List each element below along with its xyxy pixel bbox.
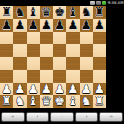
square-a3[interactable] — [0, 70, 13, 83]
square-e8[interactable]: ♚ — [53, 6, 66, 19]
square-c1[interactable]: ♝ — [27, 95, 40, 108]
square-f5[interactable] — [66, 44, 79, 57]
square-d3[interactable] — [40, 70, 53, 83]
square-e5[interactable] — [53, 44, 66, 57]
square-a6[interactable] — [0, 32, 13, 45]
status-clock: 9:38 AM — [107, 0, 123, 6]
move-list-panel — [106, 6, 124, 108]
square-c4[interactable] — [27, 57, 40, 70]
square-b5[interactable] — [13, 44, 26, 57]
square-d6[interactable] — [40, 32, 53, 45]
white-rook-piece: ♜ — [93, 95, 106, 108]
black-pawn-piece: ♟ — [0, 19, 13, 32]
black-rook-piece: ♜ — [93, 6, 106, 19]
square-f6[interactable] — [66, 32, 79, 45]
white-pawn-piece: ♟ — [13, 83, 26, 96]
square-e3[interactable] — [53, 70, 66, 83]
white-bishop-piece: ♝ — [27, 95, 40, 108]
nav-button-3[interactable]: · — [50, 112, 74, 122]
square-g1[interactable]: ♞ — [80, 95, 93, 108]
chess-app-screen: 9:38 AM ♜♞♝♛♚♝♞♜♟♟♟♟♟♟♟♟♟♟♟♟♟♟♟♟♜♞♝♛♚♝♞♜… — [0, 0, 124, 124]
white-bishop-piece: ♝ — [66, 95, 79, 108]
black-knight-piece: ♞ — [13, 6, 26, 19]
navigation-button-bar: ‹‹‹·››› — [0, 108, 124, 124]
square-a5[interactable] — [0, 44, 13, 57]
square-a8[interactable]: ♜ — [0, 6, 13, 19]
chess-board: ♜♞♝♛♚♝♞♜♟♟♟♟♟♟♟♟♟♟♟♟♟♟♟♟♜♞♝♛♚♝♞♜ — [0, 6, 106, 108]
black-pawn-piece: ♟ — [66, 19, 79, 32]
square-g5[interactable] — [80, 44, 93, 57]
signal-icon — [96, 1, 101, 5]
white-queen-piece: ♛ — [40, 95, 53, 108]
square-d5[interactable] — [40, 44, 53, 57]
square-b4[interactable] — [13, 57, 26, 70]
square-c7[interactable]: ♟ — [27, 19, 40, 32]
black-rook-piece: ♜ — [0, 6, 13, 19]
black-bishop-piece: ♝ — [27, 6, 40, 19]
white-knight-piece: ♞ — [80, 95, 93, 108]
square-c6[interactable] — [27, 32, 40, 45]
white-king-piece: ♚ — [53, 95, 66, 108]
square-d1[interactable]: ♛ — [40, 95, 53, 108]
square-c8[interactable]: ♝ — [27, 6, 40, 19]
white-pawn-piece: ♟ — [93, 83, 106, 96]
square-b1[interactable]: ♞ — [13, 95, 26, 108]
square-e2[interactable]: ♟ — [53, 83, 66, 96]
square-g6[interactable] — [80, 32, 93, 45]
square-b7[interactable]: ♟ — [13, 19, 26, 32]
square-h7[interactable]: ♟ — [93, 19, 106, 32]
battery-icon — [102, 1, 106, 5]
black-pawn-piece: ♟ — [53, 19, 66, 32]
square-a4[interactable] — [0, 57, 13, 70]
square-f1[interactable]: ♝ — [66, 95, 79, 108]
nav-button-2[interactable]: ‹ — [26, 112, 50, 122]
square-c3[interactable] — [27, 70, 40, 83]
white-pawn-piece: ♟ — [40, 83, 53, 96]
white-knight-piece: ♞ — [13, 95, 26, 108]
white-pawn-piece: ♟ — [53, 83, 66, 96]
square-a1[interactable]: ♜ — [0, 95, 13, 108]
square-c5[interactable] — [27, 44, 40, 57]
square-h5[interactable] — [93, 44, 106, 57]
square-h6[interactable] — [93, 32, 106, 45]
square-g8[interactable]: ♞ — [80, 6, 93, 19]
black-pawn-piece: ♟ — [27, 19, 40, 32]
square-h4[interactable] — [93, 57, 106, 70]
square-b2[interactable]: ♟ — [13, 83, 26, 96]
square-a7[interactable]: ♟ — [0, 19, 13, 32]
square-h2[interactable]: ♟ — [93, 83, 106, 96]
square-e4[interactable] — [53, 57, 66, 70]
square-d4[interactable] — [40, 57, 53, 70]
black-pawn-piece: ♟ — [93, 19, 106, 32]
black-bishop-piece: ♝ — [66, 6, 79, 19]
white-pawn-piece: ♟ — [0, 83, 13, 96]
black-king-piece: ♚ — [53, 6, 66, 19]
black-knight-piece: ♞ — [80, 6, 93, 19]
square-f8[interactable]: ♝ — [66, 6, 79, 19]
square-d7[interactable]: ♟ — [40, 19, 53, 32]
square-g2[interactable]: ♟ — [80, 83, 93, 96]
square-f3[interactable] — [66, 70, 79, 83]
square-f7[interactable]: ♟ — [66, 19, 79, 32]
square-c2[interactable]: ♟ — [27, 83, 40, 96]
black-queen-piece: ♛ — [40, 6, 53, 19]
square-b3[interactable] — [13, 70, 26, 83]
square-e6[interactable] — [53, 32, 66, 45]
square-h3[interactable] — [93, 70, 106, 83]
square-e7[interactable]: ♟ — [53, 19, 66, 32]
black-pawn-piece: ♟ — [13, 19, 26, 32]
square-b8[interactable]: ♞ — [13, 6, 26, 19]
white-rook-piece: ♜ — [0, 95, 13, 108]
white-pawn-piece: ♟ — [80, 83, 93, 96]
black-pawn-piece: ♟ — [40, 19, 53, 32]
square-d8[interactable]: ♛ — [40, 6, 53, 19]
white-pawn-piece: ♟ — [27, 83, 40, 96]
square-h1[interactable]: ♜ — [93, 95, 106, 108]
square-f2[interactable]: ♟ — [66, 83, 79, 96]
black-pawn-piece: ♟ — [80, 19, 93, 32]
square-g4[interactable] — [80, 57, 93, 70]
square-g3[interactable] — [80, 70, 93, 83]
nav-button-5[interactable]: ›› — [99, 112, 123, 122]
square-f4[interactable] — [66, 57, 79, 70]
square-g7[interactable]: ♟ — [80, 19, 93, 32]
nav-button-4[interactable]: › — [75, 112, 99, 122]
square-e1[interactable]: ♚ — [53, 95, 66, 108]
notification-icon — [90, 1, 95, 5]
square-b6[interactable] — [13, 32, 26, 45]
white-pawn-piece: ♟ — [66, 83, 79, 96]
square-a2[interactable]: ♟ — [0, 83, 13, 96]
square-d2[interactable]: ♟ — [40, 83, 53, 96]
nav-button-1[interactable]: ‹‹ — [1, 112, 25, 122]
square-h8[interactable]: ♜ — [93, 6, 106, 19]
